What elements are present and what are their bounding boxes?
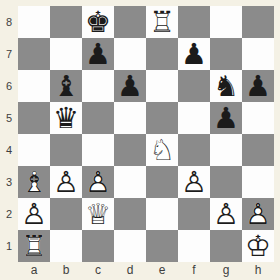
piece-outline-glyph: ♙ — [50, 166, 82, 198]
square-f4[interactable] — [178, 134, 210, 166]
black-pawn[interactable]: ♟ — [210, 102, 242, 134]
black-queen[interactable]: ♛ — [50, 102, 82, 134]
white-knight[interactable]: ♞♘ — [146, 134, 178, 166]
piece-glyph: ♟ — [114, 70, 146, 102]
file-label-d: d — [114, 262, 146, 280]
square-d3[interactable] — [114, 166, 146, 198]
white-pawn[interactable]: ♟♙ — [82, 166, 114, 198]
piece-glyph: ♚ — [82, 6, 114, 38]
rank-label-5: 5 — [0, 102, 18, 134]
rank-label-4: 4 — [0, 134, 18, 166]
piece-outline-glyph: ♙ — [210, 198, 242, 230]
square-g4[interactable] — [210, 134, 242, 166]
square-h4[interactable] — [242, 134, 274, 166]
rank-label-8: 8 — [0, 6, 18, 38]
white-rook[interactable]: ♜♖ — [18, 230, 50, 262]
square-c8[interactable]: ♚ — [82, 6, 114, 38]
square-a6[interactable] — [18, 70, 50, 102]
square-a8[interactable] — [18, 6, 50, 38]
square-g7[interactable] — [210, 38, 242, 70]
piece-outline-glyph: ♔ — [242, 230, 274, 262]
square-d7[interactable] — [114, 38, 146, 70]
square-c4[interactable] — [82, 134, 114, 166]
square-f6[interactable] — [178, 70, 210, 102]
square-d4[interactable] — [114, 134, 146, 166]
square-b4[interactable] — [50, 134, 82, 166]
square-e2[interactable] — [146, 198, 178, 230]
square-f3[interactable]: ♟♙ — [178, 166, 210, 198]
piece-outline-glyph: ♕ — [82, 198, 114, 230]
piece-glyph: ♟ — [242, 70, 274, 102]
square-e4[interactable]: ♞♘ — [146, 134, 178, 166]
square-h7[interactable] — [242, 38, 274, 70]
file-label-h: h — [242, 262, 274, 280]
square-g1[interactable] — [210, 230, 242, 262]
square-b2[interactable] — [50, 198, 82, 230]
square-g8[interactable] — [210, 6, 242, 38]
file-label-b: b — [50, 262, 82, 280]
file-labels: abcdefgh — [18, 262, 274, 280]
white-pawn[interactable]: ♟♙ — [242, 198, 274, 230]
rank-label-1: 1 — [0, 230, 18, 262]
piece-glyph: ♟ — [210, 102, 242, 134]
square-b1[interactable] — [50, 230, 82, 262]
square-b7[interactable] — [50, 38, 82, 70]
black-pawn[interactable]: ♟ — [178, 38, 210, 70]
square-g6[interactable]: ♞ — [210, 70, 242, 102]
square-h5[interactable] — [242, 102, 274, 134]
square-h1[interactable]: ♚♔ — [242, 230, 274, 262]
piece-outline-glyph: ♖ — [146, 6, 178, 38]
file-label-f: f — [178, 262, 210, 280]
piece-glyph: ♟ — [82, 38, 114, 70]
black-pawn[interactable]: ♟ — [114, 70, 146, 102]
square-f7[interactable]: ♟ — [178, 38, 210, 70]
white-king[interactable]: ♚♔ — [242, 230, 274, 262]
file-label-g: g — [210, 262, 242, 280]
white-rook[interactable]: ♜♖ — [146, 6, 178, 38]
black-knight[interactable]: ♞ — [210, 70, 242, 102]
piece-glyph: ♝ — [50, 70, 82, 102]
piece-outline-glyph: ♗ — [18, 166, 50, 198]
square-d2[interactable] — [114, 198, 146, 230]
rank-label-3: 3 — [0, 166, 18, 198]
square-d8[interactable] — [114, 6, 146, 38]
square-c3[interactable]: ♟♙ — [82, 166, 114, 198]
square-c7[interactable]: ♟ — [82, 38, 114, 70]
piece-outline-glyph: ♙ — [178, 166, 210, 198]
piece-outline-glyph: ♙ — [242, 198, 274, 230]
white-pawn[interactable]: ♟♙ — [50, 166, 82, 198]
piece-outline-glyph: ♙ — [18, 198, 50, 230]
chess-diagram: 87654321 ♚♜♖♟♟♝♟♞♟♛♟♞♘♝♗♟♙♟♙♟♙♟♙♛♕♟♙♟♙♜♖… — [0, 0, 280, 280]
square-b5[interactable]: ♛ — [50, 102, 82, 134]
square-f1[interactable] — [178, 230, 210, 262]
square-b6[interactable]: ♝ — [50, 70, 82, 102]
square-c5[interactable] — [82, 102, 114, 134]
white-pawn[interactable]: ♟♙ — [210, 198, 242, 230]
piece-outline-glyph: ♙ — [82, 166, 114, 198]
square-e1[interactable] — [146, 230, 178, 262]
square-f5[interactable] — [178, 102, 210, 134]
square-a3[interactable]: ♝♗ — [18, 166, 50, 198]
chess-board: ♚♜♖♟♟♝♟♞♟♛♟♞♘♝♗♟♙♟♙♟♙♟♙♛♕♟♙♟♙♜♖♚♔ — [18, 6, 274, 262]
white-pawn[interactable]: ♟♙ — [18, 198, 50, 230]
black-bishop[interactable]: ♝ — [50, 70, 82, 102]
white-pawn[interactable]: ♟♙ — [178, 166, 210, 198]
white-queen[interactable]: ♛♕ — [82, 198, 114, 230]
square-d6[interactable]: ♟ — [114, 70, 146, 102]
square-a5[interactable] — [18, 102, 50, 134]
square-f2[interactable] — [178, 198, 210, 230]
square-e7[interactable] — [146, 38, 178, 70]
black-pawn[interactable]: ♟ — [242, 70, 274, 102]
square-e3[interactable] — [146, 166, 178, 198]
square-c6[interactable] — [82, 70, 114, 102]
square-d1[interactable] — [114, 230, 146, 262]
square-e6[interactable] — [146, 70, 178, 102]
square-b3[interactable]: ♟♙ — [50, 166, 82, 198]
rank-label-2: 2 — [0, 198, 18, 230]
square-e8[interactable]: ♜♖ — [146, 6, 178, 38]
black-king[interactable]: ♚ — [82, 6, 114, 38]
piece-glyph: ♟ — [178, 38, 210, 70]
white-bishop[interactable]: ♝♗ — [18, 166, 50, 198]
piece-glyph: ♛ — [50, 102, 82, 134]
file-label-e: e — [146, 262, 178, 280]
square-b8[interactable] — [50, 6, 82, 38]
file-label-c: c — [82, 262, 114, 280]
square-f8[interactable] — [178, 6, 210, 38]
rank-label-6: 6 — [0, 70, 18, 102]
square-g3[interactable] — [210, 166, 242, 198]
square-g2[interactable]: ♟♙ — [210, 198, 242, 230]
square-c1[interactable] — [82, 230, 114, 262]
square-a7[interactable] — [18, 38, 50, 70]
square-h8[interactable] — [242, 6, 274, 38]
piece-outline-glyph: ♖ — [18, 230, 50, 262]
file-label-a: a — [18, 262, 50, 280]
square-a4[interactable] — [18, 134, 50, 166]
piece-outline-glyph: ♘ — [146, 134, 178, 166]
rank-labels: 87654321 — [0, 6, 18, 262]
square-a1[interactable]: ♜♖ — [18, 230, 50, 262]
square-a2[interactable]: ♟♙ — [18, 198, 50, 230]
square-e5[interactable] — [146, 102, 178, 134]
square-g5[interactable]: ♟ — [210, 102, 242, 134]
square-h2[interactable]: ♟♙ — [242, 198, 274, 230]
black-pawn[interactable]: ♟ — [82, 38, 114, 70]
rank-label-7: 7 — [0, 38, 18, 70]
square-h6[interactable]: ♟ — [242, 70, 274, 102]
piece-glyph: ♞ — [210, 70, 242, 102]
square-d5[interactable] — [114, 102, 146, 134]
square-c2[interactable]: ♛♕ — [82, 198, 114, 230]
square-h3[interactable] — [242, 166, 274, 198]
